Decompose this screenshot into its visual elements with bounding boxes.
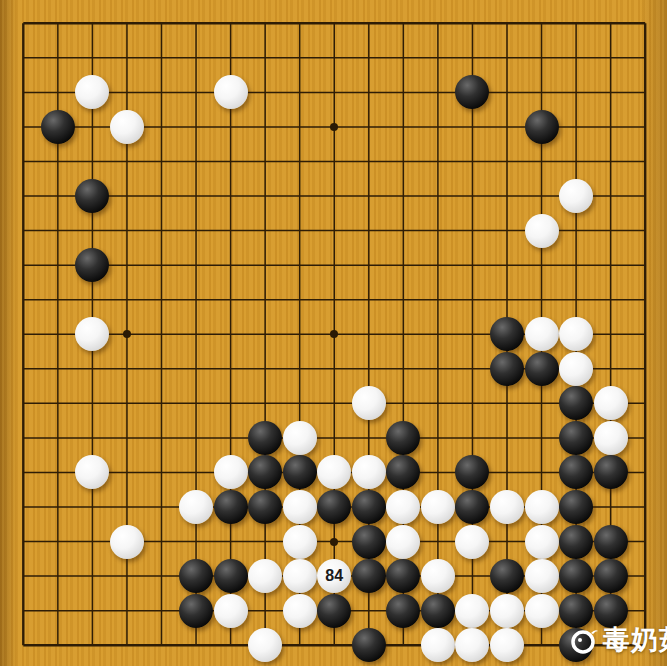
stone-black <box>179 559 213 593</box>
stone-black <box>352 490 386 524</box>
stone-white <box>421 490 455 524</box>
stone-white <box>525 214 559 248</box>
stone-black <box>386 594 420 628</box>
stone-black <box>559 525 593 559</box>
stone-white <box>283 421 317 455</box>
stone-black <box>490 559 524 593</box>
stone-white <box>352 386 386 420</box>
go-board-screenshot: 84 毒奶菇 <box>0 0 667 666</box>
stone-black <box>248 490 282 524</box>
stone-white <box>283 525 317 559</box>
stone-white <box>455 594 489 628</box>
stone-white <box>214 594 248 628</box>
stone-white <box>283 594 317 628</box>
stone-black <box>490 317 524 351</box>
stone-white <box>525 559 559 593</box>
stone-white <box>283 559 317 593</box>
stone-white <box>421 628 455 662</box>
stone-white <box>352 455 386 489</box>
stone-white <box>525 317 559 351</box>
stone-white <box>525 594 559 628</box>
stone-white <box>525 490 559 524</box>
stone-white <box>110 525 144 559</box>
stone-black <box>525 352 559 386</box>
stone-white <box>490 594 524 628</box>
stone-black <box>352 628 386 662</box>
stone-white <box>214 455 248 489</box>
watermark-text: 毒奶菇 <box>603 622 667 658</box>
stone-black <box>352 525 386 559</box>
stone-black <box>317 594 351 628</box>
stone-black <box>352 559 386 593</box>
stone-black <box>317 490 351 524</box>
stone-white <box>110 110 144 144</box>
stone-white <box>594 386 628 420</box>
stone-white <box>179 490 213 524</box>
stone-black <box>594 525 628 559</box>
stone-black <box>559 421 593 455</box>
stone-black <box>525 110 559 144</box>
stone-white <box>421 559 455 593</box>
stone-black <box>594 559 628 593</box>
stone-white <box>594 421 628 455</box>
stone-black <box>559 490 593 524</box>
stone-white <box>490 628 524 662</box>
stone-white <box>455 525 489 559</box>
stone-white <box>386 525 420 559</box>
stone-black <box>179 594 213 628</box>
stone-black <box>594 455 628 489</box>
stone-black <box>41 110 75 144</box>
stone-white <box>490 490 524 524</box>
move-number-label: 84 <box>317 559 351 593</box>
stone-black <box>559 559 593 593</box>
watermark: 毒奶菇 <box>567 622 667 658</box>
stone-white <box>525 525 559 559</box>
stone-black <box>421 594 455 628</box>
stone-black <box>386 421 420 455</box>
stone-white <box>559 352 593 386</box>
go-board[interactable]: 84 <box>0 0 667 666</box>
stone-white <box>214 75 248 109</box>
stone-black <box>214 490 248 524</box>
watermark-logo <box>567 624 599 656</box>
stone-black <box>283 455 317 489</box>
stone-white <box>559 179 593 213</box>
stone-black <box>248 421 282 455</box>
stone-black <box>214 559 248 593</box>
stone-white <box>248 559 282 593</box>
stone-white <box>283 490 317 524</box>
stone-black <box>490 352 524 386</box>
star-point <box>330 538 338 546</box>
